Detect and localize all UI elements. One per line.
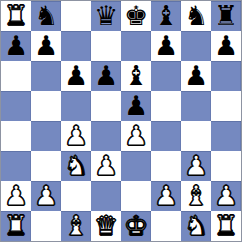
square-c3[interactable]: ♞ <box>61 151 91 181</box>
piece-black-knight[interactable]: ♞ <box>31 1 61 31</box>
piece-black-queen[interactable]: ♛ <box>91 1 121 31</box>
square-h1[interactable]: ♜ <box>211 211 241 241</box>
square-d1[interactable]: ♛ <box>91 211 121 241</box>
square-b3[interactable] <box>31 151 61 181</box>
square-f5[interactable] <box>151 91 181 121</box>
piece-black-bishop[interactable]: ♝ <box>121 61 151 91</box>
piece-white-pawn[interactable]: ♟ <box>121 121 151 151</box>
chess-board: ♜♞♛♚♝♞♜♟♟♟♟♟♟♝♟♟♟♟♞♟♟♟♟♟♝♟♜♝♛♚♞♜ <box>0 0 242 242</box>
piece-black-king[interactable]: ♚ <box>121 1 151 31</box>
piece-white-pawn[interactable]: ♟ <box>151 181 181 211</box>
piece-black-knight[interactable]: ♞ <box>181 1 211 31</box>
square-g7[interactable] <box>181 31 211 61</box>
square-g3[interactable]: ♟ <box>181 151 211 181</box>
piece-white-rook[interactable]: ♜ <box>1 211 31 241</box>
piece-black-pawn[interactable]: ♟ <box>121 91 151 121</box>
square-e4[interactable]: ♟ <box>121 121 151 151</box>
square-a8[interactable]: ♜ <box>1 1 31 31</box>
square-e3[interactable] <box>121 151 151 181</box>
piece-black-pawn[interactable]: ♟ <box>61 61 91 91</box>
square-a3[interactable] <box>1 151 31 181</box>
piece-black-bishop[interactable]: ♝ <box>151 1 181 31</box>
square-e2[interactable] <box>121 181 151 211</box>
square-g1[interactable]: ♞ <box>181 211 211 241</box>
square-f7[interactable]: ♟ <box>151 31 181 61</box>
square-e5[interactable]: ♟ <box>121 91 151 121</box>
square-h4[interactable] <box>211 121 241 151</box>
square-b7[interactable]: ♟ <box>31 31 61 61</box>
square-e8[interactable]: ♚ <box>121 1 151 31</box>
square-c4[interactable]: ♟ <box>61 121 91 151</box>
square-b2[interactable]: ♟ <box>31 181 61 211</box>
square-d2[interactable] <box>91 181 121 211</box>
square-b1[interactable] <box>31 211 61 241</box>
square-b6[interactable] <box>31 61 61 91</box>
piece-white-pawn[interactable]: ♟ <box>61 121 91 151</box>
square-f3[interactable] <box>151 151 181 181</box>
piece-white-pawn[interactable]: ♟ <box>1 181 31 211</box>
square-d3[interactable]: ♟ <box>91 151 121 181</box>
piece-white-bishop[interactable]: ♝ <box>181 181 211 211</box>
square-g4[interactable] <box>181 121 211 151</box>
square-h7[interactable]: ♟ <box>211 31 241 61</box>
square-h6[interactable] <box>211 61 241 91</box>
square-a1[interactable]: ♜ <box>1 211 31 241</box>
square-c1[interactable]: ♝ <box>61 211 91 241</box>
square-c7[interactable] <box>61 31 91 61</box>
square-a6[interactable] <box>1 61 31 91</box>
square-f6[interactable] <box>151 61 181 91</box>
square-h2[interactable]: ♟ <box>211 181 241 211</box>
square-g6[interactable]: ♟ <box>181 61 211 91</box>
piece-white-pawn[interactable]: ♟ <box>211 181 241 211</box>
square-f1[interactable] <box>151 211 181 241</box>
square-c2[interactable] <box>61 181 91 211</box>
piece-white-pawn[interactable]: ♟ <box>31 181 61 211</box>
square-h5[interactable] <box>211 91 241 121</box>
piece-white-rook[interactable]: ♜ <box>1 1 31 31</box>
piece-black-rook[interactable]: ♜ <box>211 1 241 31</box>
piece-black-pawn[interactable]: ♟ <box>1 31 31 61</box>
square-e7[interactable] <box>121 31 151 61</box>
piece-black-pawn[interactable]: ♟ <box>211 31 241 61</box>
square-e6[interactable]: ♝ <box>121 61 151 91</box>
square-g2[interactable]: ♝ <box>181 181 211 211</box>
square-d5[interactable] <box>91 91 121 121</box>
square-d4[interactable] <box>91 121 121 151</box>
square-f8[interactable]: ♝ <box>151 1 181 31</box>
square-h8[interactable]: ♜ <box>211 1 241 31</box>
square-a2[interactable]: ♟ <box>1 181 31 211</box>
piece-white-king[interactable]: ♚ <box>121 211 151 241</box>
square-b4[interactable] <box>31 121 61 151</box>
piece-black-pawn[interactable]: ♟ <box>31 31 61 61</box>
square-e1[interactable]: ♚ <box>121 211 151 241</box>
square-g8[interactable]: ♞ <box>181 1 211 31</box>
square-h3[interactable] <box>211 151 241 181</box>
piece-black-pawn[interactable]: ♟ <box>181 61 211 91</box>
square-d8[interactable]: ♛ <box>91 1 121 31</box>
square-d7[interactable] <box>91 31 121 61</box>
square-a5[interactable] <box>1 91 31 121</box>
piece-white-knight[interactable]: ♞ <box>61 151 91 181</box>
square-f2[interactable]: ♟ <box>151 181 181 211</box>
piece-white-bishop[interactable]: ♝ <box>61 211 91 241</box>
square-b8[interactable]: ♞ <box>31 1 61 31</box>
square-c8[interactable] <box>61 1 91 31</box>
square-b5[interactable] <box>31 91 61 121</box>
square-d6[interactable]: ♟ <box>91 61 121 91</box>
piece-black-pawn[interactable]: ♟ <box>91 61 121 91</box>
square-f4[interactable] <box>151 121 181 151</box>
square-c6[interactable]: ♟ <box>61 61 91 91</box>
piece-white-knight[interactable]: ♞ <box>181 211 211 241</box>
chess-board-container: ♜♞♛♚♝♞♜♟♟♟♟♟♟♝♟♟♟♟♞♟♟♟♟♟♝♟♜♝♛♚♞♜ <box>0 0 242 242</box>
square-a4[interactable] <box>1 121 31 151</box>
piece-white-pawn[interactable]: ♟ <box>91 151 121 181</box>
square-a7[interactable]: ♟ <box>1 31 31 61</box>
piece-white-rook[interactable]: ♜ <box>211 211 241 241</box>
square-g5[interactable] <box>181 91 211 121</box>
piece-white-pawn[interactable]: ♟ <box>181 151 211 181</box>
square-c5[interactable] <box>61 91 91 121</box>
piece-black-pawn[interactable]: ♟ <box>151 31 181 61</box>
piece-white-queen[interactable]: ♛ <box>91 211 121 241</box>
